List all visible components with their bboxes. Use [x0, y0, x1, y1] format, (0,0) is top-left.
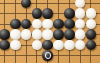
intersection[interactable] [85, 29, 96, 40]
intersection[interactable] [85, 8, 96, 19]
intersection[interactable] [53, 0, 64, 8]
intersection[interactable] [21, 0, 32, 8]
intersection[interactable] [32, 0, 43, 8]
intersection[interactable] [85, 40, 96, 51]
stone-grid [0, 0, 96, 61]
intersection[interactable] [53, 50, 64, 61]
intersection[interactable] [0, 50, 10, 61]
intersection[interactable] [53, 40, 64, 51]
intersection[interactable] [64, 29, 75, 40]
white-stone [64, 40, 75, 51]
white-stone [32, 29, 43, 40]
white-stone [75, 19, 86, 30]
black-stone [42, 40, 53, 51]
black-stone [0, 29, 10, 40]
black-stone [86, 40, 97, 51]
intersection[interactable] [0, 19, 10, 30]
white-stone [75, 8, 86, 19]
black-stone [42, 50, 53, 61]
intersection[interactable] [21, 50, 32, 61]
black-stone [21, 19, 32, 30]
white-stone [10, 40, 21, 51]
intersection[interactable] [42, 8, 53, 19]
intersection[interactable] [10, 19, 21, 30]
black-stone [64, 29, 75, 40]
intersection[interactable] [21, 40, 32, 51]
intersection[interactable] [42, 50, 53, 61]
intersection[interactable] [64, 8, 75, 19]
white-stone [32, 19, 43, 30]
go-board[interactable] [0, 0, 100, 63]
white-stone [10, 29, 21, 40]
intersection[interactable] [53, 8, 64, 19]
black-stone [0, 40, 10, 51]
intersection[interactable] [10, 0, 21, 8]
white-stone [53, 40, 64, 51]
white-stone [42, 19, 53, 30]
white-stone [86, 19, 97, 30]
intersection[interactable] [75, 40, 86, 51]
black-stone [53, 29, 64, 40]
black-stone [86, 29, 97, 40]
intersection[interactable] [75, 19, 86, 30]
white-stone [32, 40, 43, 51]
black-stone [42, 8, 53, 19]
black-stone [10, 19, 21, 30]
intersection[interactable] [32, 29, 43, 40]
intersection[interactable] [42, 40, 53, 51]
intersection[interactable] [64, 40, 75, 51]
black-stone [32, 8, 43, 19]
white-stone [42, 29, 53, 40]
intersection[interactable] [64, 0, 75, 8]
intersection[interactable] [42, 29, 53, 40]
intersection[interactable] [10, 40, 21, 51]
white-stone [75, 40, 86, 51]
intersection[interactable] [75, 50, 86, 61]
last-move-marker [45, 52, 52, 59]
white-stone [86, 8, 97, 19]
white-stone [75, 29, 86, 40]
intersection[interactable] [0, 8, 10, 19]
black-stone [53, 19, 64, 30]
intersection[interactable] [21, 29, 32, 40]
white-stone [21, 29, 32, 40]
intersection[interactable] [75, 0, 86, 8]
intersection[interactable] [32, 19, 43, 30]
intersection[interactable] [32, 50, 43, 61]
intersection[interactable] [10, 8, 21, 19]
intersection[interactable] [42, 0, 53, 8]
intersection[interactable] [75, 8, 86, 19]
intersection[interactable] [85, 0, 96, 8]
intersection[interactable] [64, 50, 75, 61]
black-stone [21, 0, 32, 8]
screenshot [0, 0, 100, 63]
intersection[interactable] [10, 50, 21, 61]
intersection[interactable] [0, 40, 10, 51]
black-stone [64, 8, 75, 19]
intersection[interactable] [21, 19, 32, 30]
intersection[interactable] [53, 19, 64, 30]
intersection[interactable] [21, 8, 32, 19]
intersection[interactable] [85, 19, 96, 30]
black-stone [64, 19, 75, 30]
intersection[interactable] [0, 0, 10, 8]
intersection[interactable] [64, 19, 75, 30]
intersection[interactable] [53, 29, 64, 40]
intersection[interactable] [32, 40, 43, 51]
intersection[interactable] [75, 29, 86, 40]
intersection[interactable] [42, 19, 53, 30]
intersection[interactable] [0, 29, 10, 40]
intersection[interactable] [85, 50, 96, 61]
intersection[interactable] [10, 29, 21, 40]
white-stone [75, 0, 86, 8]
intersection[interactable] [32, 8, 43, 19]
